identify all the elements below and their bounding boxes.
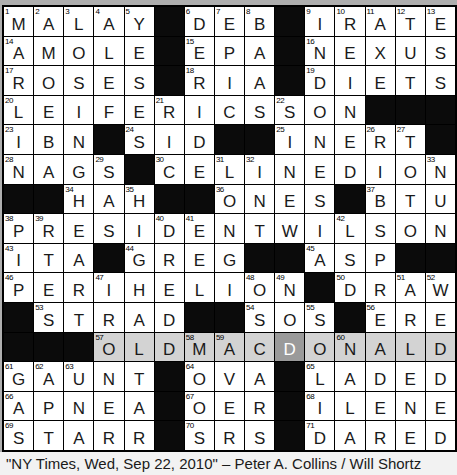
cell-r8c2[interactable]: 39R: [34, 214, 63, 243]
cell-r14c7[interactable]: 67O: [185, 392, 214, 421]
cell-r15c15[interactable]: D: [426, 421, 455, 450]
cell-letter: C: [253, 341, 265, 361]
cell-r6c3[interactable]: G: [64, 155, 93, 184]
cell-r14c3[interactable]: N: [64, 392, 93, 421]
cell-r3c13[interactable]: E: [366, 66, 395, 95]
cell-r10c4[interactable]: 47I: [94, 273, 123, 302]
highlighted-cell-r12c14[interactable]: L: [396, 333, 425, 362]
cell-r1c11[interactable]: 9I: [305, 7, 334, 36]
cell-letter: L: [345, 223, 354, 243]
cell-number: 57: [95, 333, 103, 342]
cell-r13c12[interactable]: A: [335, 362, 364, 391]
cell-r3c3[interactable]: S: [64, 66, 93, 95]
cell-letter: R: [103, 430, 115, 450]
cell-r4c9[interactable]: S: [245, 96, 274, 125]
cell-r4c2[interactable]: E: [34, 96, 63, 125]
cell-number: 64: [186, 362, 194, 371]
black-square: [185, 185, 214, 214]
cell-r11c11[interactable]: 55S: [305, 303, 334, 332]
black-square: [426, 244, 455, 273]
cell-r8c1[interactable]: 38P: [4, 214, 33, 243]
highlighted-cell-r12c9[interactable]: C: [245, 333, 274, 362]
cell-number: 48: [246, 273, 254, 282]
highlighted-cell-r12c11[interactable]: O: [305, 333, 334, 362]
cell-letter: O: [404, 223, 417, 243]
cell-r10c8[interactable]: I: [215, 273, 244, 302]
cell-r5c7[interactable]: D: [185, 125, 214, 154]
cell-r9c3[interactable]: A: [64, 244, 93, 273]
cell-r4c7[interactable]: I: [185, 96, 214, 125]
cell-letter: D: [193, 16, 205, 36]
cell-r1c9[interactable]: 8B: [245, 7, 274, 36]
cell-r2c1[interactable]: 14A: [4, 37, 33, 66]
black-square: [245, 244, 274, 273]
black-square: [4, 303, 33, 332]
cell-r14c15[interactable]: E: [426, 392, 455, 421]
cell-r5c12[interactable]: E: [335, 125, 364, 154]
cell-number: 20: [5, 96, 13, 105]
cell-r6c14[interactable]: O: [396, 155, 425, 184]
cell-r13c8[interactable]: V: [215, 362, 244, 391]
cell-r7c3[interactable]: 34H: [64, 185, 93, 214]
cell-r1c2[interactable]: 2A: [34, 7, 63, 36]
cell-r5c3[interactable]: N: [64, 125, 93, 154]
cell-r7c10[interactable]: E: [275, 185, 304, 214]
cell-letter: L: [14, 104, 23, 124]
cell-r11c2[interactable]: 53S: [34, 303, 63, 332]
cell-number: 68: [306, 392, 314, 401]
cell-r14c4[interactable]: E: [94, 392, 123, 421]
selected-cell-r12c10[interactable]: D: [275, 333, 304, 362]
cell-r10c10[interactable]: 49N: [275, 273, 304, 302]
cell-letter: E: [224, 400, 235, 420]
black-square: [366, 96, 395, 125]
cell-number: 2: [35, 7, 39, 16]
cell-r3c5[interactable]: S: [125, 66, 154, 95]
cell-letter: T: [74, 312, 84, 332]
cell-number: 35: [126, 185, 134, 194]
cell-r5c1[interactable]: 23I: [4, 125, 33, 154]
cell-r8c11[interactable]: I: [305, 214, 334, 243]
cell-letter: X: [374, 45, 385, 65]
cell-letter: L: [225, 164, 234, 184]
cell-r1c5[interactable]: 5Y: [125, 7, 154, 36]
cell-r2c9[interactable]: A: [245, 37, 274, 66]
cell-r15c7[interactable]: 70S: [185, 421, 214, 450]
cell-r13c2[interactable]: 62A: [34, 362, 63, 391]
cell-letter: S: [13, 430, 24, 450]
cell-r1c7[interactable]: 6D: [185, 7, 214, 36]
highlighted-cell-r12c12[interactable]: 60N: [335, 333, 364, 362]
cell-r3c11[interactable]: 19D: [305, 66, 334, 95]
cell-r13c11[interactable]: 65L: [305, 362, 334, 391]
black-square: [155, 362, 184, 391]
cell-r4c10[interactable]: 22S: [275, 96, 304, 125]
cell-number: 54: [246, 303, 254, 312]
cell-letter: N: [73, 134, 85, 154]
cell-r9c12[interactable]: S: [335, 244, 364, 273]
highlighted-cell-r12c5[interactable]: L: [125, 333, 154, 362]
highlighted-cell-r12c15[interactable]: D: [426, 333, 455, 362]
cell-letter: R: [43, 223, 55, 243]
cell-r15c13[interactable]: R: [366, 421, 395, 450]
cell-r11c10[interactable]: O: [275, 303, 304, 332]
cell-letter: O: [313, 104, 326, 124]
cell-r15c4[interactable]: R: [94, 421, 123, 450]
cell-r2c2[interactable]: M: [34, 37, 63, 66]
cell-number: 4: [95, 7, 99, 16]
cell-r11c5[interactable]: A: [125, 303, 154, 332]
cell-letter: E: [314, 164, 325, 184]
cell-r10c15[interactable]: 52W: [426, 273, 455, 302]
cell-number: 26: [367, 125, 375, 134]
cell-letter: O: [283, 312, 296, 332]
cell-r2c15[interactable]: S: [426, 37, 455, 66]
cell-r11c3[interactable]: T: [64, 303, 93, 332]
cell-r1c13[interactable]: 11A: [366, 7, 395, 36]
cell-r10c7[interactable]: L: [185, 273, 214, 302]
cell-letter: E: [284, 193, 295, 213]
black-square: [275, 37, 304, 66]
cell-r15c1[interactable]: 69S: [4, 421, 33, 450]
cell-r4c8[interactable]: C: [215, 96, 244, 125]
cell-r6c13[interactable]: I: [366, 155, 395, 184]
cell-number: 56: [367, 303, 375, 312]
cell-letter: T: [254, 223, 264, 243]
cell-number: 30: [156, 155, 164, 164]
cell-r8c5[interactable]: I: [125, 214, 154, 243]
cell-r2c8[interactable]: P: [215, 37, 244, 66]
cell-r7c11[interactable]: S: [305, 185, 334, 214]
cell-r14c14[interactable]: N: [396, 392, 425, 421]
cell-number: 7: [216, 7, 220, 16]
cell-r13c13[interactable]: D: [366, 362, 395, 391]
cell-letter: N: [344, 341, 356, 361]
cell-r5c2[interactable]: B: [34, 125, 63, 154]
black-square: [275, 7, 304, 36]
cell-r3c2[interactable]: O: [34, 66, 63, 95]
cell-r8c9[interactable]: T: [245, 214, 274, 243]
cell-r8c10[interactable]: W: [275, 214, 304, 243]
cell-r8c15[interactable]: N: [426, 214, 455, 243]
cell-r9c8[interactable]: G: [215, 244, 244, 273]
cell-r14c2[interactable]: P: [34, 392, 63, 421]
cell-r5c11[interactable]: N: [305, 125, 334, 154]
cell-letter: A: [224, 341, 235, 361]
cell-r3c9[interactable]: A: [245, 66, 274, 95]
cell-r7c15[interactable]: U: [426, 185, 455, 214]
cell-r6c11[interactable]: E: [305, 155, 334, 184]
cell-r1c1[interactable]: 1M: [4, 7, 33, 36]
cell-number: 61: [5, 362, 13, 371]
cell-r10c3[interactable]: R: [64, 273, 93, 302]
cell-r7c9[interactable]: N: [245, 185, 274, 214]
cell-r11c4[interactable]: R: [94, 303, 123, 332]
cell-r9c2[interactable]: T: [34, 244, 63, 273]
cell-letter: S: [194, 430, 205, 450]
cell-letter: F: [104, 104, 114, 124]
cell-letter: I: [76, 104, 81, 124]
cell-r3c1[interactable]: 17R: [4, 66, 33, 95]
cell-letter: O: [253, 282, 266, 302]
crossword-app: 1M2A3L4A5Y6D7E8B9I10R11A12T13E14AMOLE15E…: [0, 0, 457, 475]
cell-r13c4[interactable]: N: [94, 362, 123, 391]
cell-letter: D: [193, 134, 205, 154]
cell-letter: A: [43, 371, 54, 391]
cell-letter: O: [193, 371, 206, 391]
cell-letter: E: [164, 282, 175, 302]
cell-r3c12[interactable]: I: [335, 66, 364, 95]
cell-r4c4[interactable]: F: [94, 96, 123, 125]
cell-r6c4[interactable]: 29S: [94, 155, 123, 184]
cell-r11c13[interactable]: 56E: [366, 303, 395, 332]
highlighted-cell-r12c6[interactable]: D: [155, 333, 184, 362]
cell-number: 63: [65, 362, 73, 371]
cell-r14c11[interactable]: 68I: [305, 392, 334, 421]
cell-letter: B: [374, 193, 385, 213]
black-square: [155, 392, 184, 421]
cell-r6c6[interactable]: 30C: [155, 155, 184, 184]
cell-r2c12[interactable]: E: [335, 37, 364, 66]
cell-r1c14[interactable]: 12T: [396, 7, 425, 36]
black-square: [155, 421, 184, 450]
black-square: [245, 125, 274, 154]
cell-r2c14[interactable]: U: [396, 37, 425, 66]
cell-number: 43: [5, 244, 13, 253]
cell-letter: O: [72, 45, 85, 65]
cell-r8c13[interactable]: S: [366, 214, 395, 243]
cell-r6c1[interactable]: 28N: [4, 155, 33, 184]
cell-r10c13[interactable]: R: [366, 273, 395, 302]
cell-r6c7[interactable]: E: [185, 155, 214, 184]
cell-r14c13[interactable]: E: [366, 392, 395, 421]
cell-letter: N: [404, 400, 416, 420]
black-square: [275, 66, 304, 95]
cell-r15c3[interactable]: A: [64, 421, 93, 450]
cell-r8c8[interactable]: N: [215, 214, 244, 243]
cell-number: 71: [306, 421, 314, 430]
cell-letter: A: [254, 371, 265, 391]
cell-letter: A: [344, 371, 355, 391]
cell-number: 40: [156, 214, 164, 223]
cell-number: 65: [306, 362, 314, 371]
cell-r13c7[interactable]: 64O: [185, 362, 214, 391]
cell-r15c11[interactable]: 71D: [305, 421, 334, 450]
cell-r14c9[interactable]: R: [245, 392, 274, 421]
cell-r13c1[interactable]: 61G: [4, 362, 33, 391]
cell-number: 28: [5, 155, 13, 164]
cell-r14c5[interactable]: A: [125, 392, 154, 421]
cell-r14c1[interactable]: 66A: [4, 392, 33, 421]
cell-letter: A: [133, 312, 144, 332]
cell-number: 62: [35, 362, 43, 371]
highlighted-cell-r12c4[interactable]: 57O: [94, 333, 123, 362]
cell-number: 42: [336, 214, 344, 223]
cell-r10c12[interactable]: 50D: [335, 273, 364, 302]
cell-r10c14[interactable]: 51A: [396, 273, 425, 302]
cell-letter: D: [163, 223, 175, 243]
highlighted-cell-r12c7[interactable]: 58M: [185, 333, 214, 362]
cell-r6c8[interactable]: 31L: [215, 155, 244, 184]
cell-r11c14[interactable]: R: [396, 303, 425, 332]
cell-letter: R: [73, 282, 85, 302]
cell-r8c12[interactable]: 42L: [335, 214, 364, 243]
cell-letter: S: [254, 104, 265, 124]
cell-number: 9: [306, 7, 310, 16]
cell-r4c3[interactable]: I: [64, 96, 93, 125]
black-square: [275, 362, 304, 391]
cell-r9c13[interactable]: P: [366, 244, 395, 273]
cell-number: 31: [216, 155, 224, 164]
cell-letter: A: [374, 16, 385, 36]
cell-r4c11[interactable]: O: [305, 96, 334, 125]
cell-r7c5[interactable]: 35H: [125, 185, 154, 214]
cell-letter: P: [43, 400, 54, 420]
cell-r4c6[interactable]: 21R: [155, 96, 184, 125]
cell-r10c1[interactable]: 46P: [4, 273, 33, 302]
cell-r6c15[interactable]: 33N: [426, 155, 455, 184]
cell-r11c15[interactable]: E: [426, 303, 455, 332]
cell-r7c13[interactable]: 37B: [366, 185, 395, 214]
cell-r4c1[interactable]: 20L: [4, 96, 33, 125]
cell-letter: E: [405, 371, 416, 391]
cell-r1c8[interactable]: 7E: [215, 7, 244, 36]
cell-r9c6[interactable]: R: [155, 244, 184, 273]
cell-r6c12[interactable]: D: [335, 155, 364, 184]
cell-r7c8[interactable]: 36O: [215, 185, 244, 214]
cell-r15c8[interactable]: R: [215, 421, 244, 450]
cell-r6c2[interactable]: A: [34, 155, 63, 184]
cell-r3c4[interactable]: E: [94, 66, 123, 95]
cell-r3c8[interactable]: I: [215, 66, 244, 95]
black-square: [426, 125, 455, 154]
cell-r13c14[interactable]: E: [396, 362, 425, 391]
cell-letter: S: [284, 104, 295, 124]
cell-r7c4[interactable]: A: [94, 185, 123, 214]
cell-r3c15[interactable]: S: [426, 66, 455, 95]
cell-r1c3[interactable]: 3L: [64, 7, 93, 36]
cell-r13c3[interactable]: 63U: [64, 362, 93, 391]
cell-letter: E: [194, 252, 205, 272]
cell-letter: E: [194, 223, 205, 243]
cell-letter: L: [134, 341, 143, 361]
highlighted-cell-r12c13[interactable]: A: [366, 333, 395, 362]
black-square: [396, 244, 425, 273]
cell-r3c14[interactable]: T: [396, 66, 425, 95]
cell-letter: E: [435, 400, 446, 420]
cell-r2c13[interactable]: X: [366, 37, 395, 66]
cell-r4c5[interactable]: E: [125, 96, 154, 125]
cell-r6c10[interactable]: N: [275, 155, 304, 184]
cell-r1c4[interactable]: 4A: [94, 7, 123, 36]
cell-r13c5[interactable]: T: [125, 362, 154, 391]
cell-r5c6[interactable]: I: [155, 125, 184, 154]
cell-r9c7[interactable]: E: [185, 244, 214, 273]
cell-letter: N: [223, 223, 235, 243]
cell-r13c15[interactable]: D: [426, 362, 455, 391]
cell-r2c7[interactable]: 15E: [185, 37, 214, 66]
cell-r8c4[interactable]: S: [94, 214, 123, 243]
highlighted-cell-r12c8[interactable]: 59A: [215, 333, 244, 362]
cell-r8c6[interactable]: 40D: [155, 214, 184, 243]
cell-r10c2[interactable]: E: [34, 273, 63, 302]
cell-r5c10[interactable]: 25I: [275, 125, 304, 154]
cell-r5c14[interactable]: 27T: [396, 125, 425, 154]
cell-number: 49: [276, 273, 284, 282]
cell-number: 60: [336, 333, 344, 342]
cell-r13c9[interactable]: A: [245, 362, 274, 391]
black-square: [4, 333, 33, 362]
cell-r9c5[interactable]: 44G: [125, 244, 154, 273]
cell-number: 41: [186, 214, 194, 223]
cell-r15c9[interactable]: S: [245, 421, 274, 450]
cell-letter: D: [344, 164, 356, 184]
cell-r8c14[interactable]: O: [396, 214, 425, 243]
cell-r15c14[interactable]: E: [396, 421, 425, 450]
cell-r15c5[interactable]: R: [125, 421, 154, 450]
cell-letter: R: [253, 400, 265, 420]
cell-r11c9[interactable]: 54S: [245, 303, 274, 332]
cell-letter: E: [133, 104, 144, 124]
cell-r2c4[interactable]: L: [94, 37, 123, 66]
cell-r5c5[interactable]: 24S: [125, 125, 154, 154]
cell-r7c14[interactable]: T: [396, 185, 425, 214]
cell-number: 45: [306, 244, 314, 253]
cell-r2c5[interactable]: E: [125, 37, 154, 66]
cell-letter: E: [224, 16, 235, 36]
cell-letter: A: [43, 16, 54, 36]
cell-letter: G: [132, 252, 145, 272]
cell-r15c12[interactable]: A: [335, 421, 364, 450]
cell-letter: T: [44, 252, 54, 272]
cell-r10c9[interactable]: 48O: [245, 273, 274, 302]
cell-letter: M: [42, 45, 56, 65]
cell-r14c8[interactable]: E: [215, 392, 244, 421]
cell-r8c3[interactable]: E: [64, 214, 93, 243]
cell-r10c5[interactable]: H: [125, 273, 154, 302]
black-square: [215, 125, 244, 154]
cell-r15c2[interactable]: T: [34, 421, 63, 450]
cell-letter: L: [406, 341, 415, 361]
cell-letter: S: [73, 75, 84, 95]
cell-letter: G: [72, 164, 85, 184]
cell-letter: N: [314, 45, 326, 65]
cell-r2c11[interactable]: 16N: [305, 37, 334, 66]
cell-number: 44: [126, 244, 134, 253]
cell-r4c12[interactable]: N: [335, 96, 364, 125]
cell-letter: A: [73, 430, 84, 450]
cell-letter: I: [287, 134, 292, 154]
cell-number: 23: [5, 125, 13, 134]
cell-r2c3[interactable]: O: [64, 37, 93, 66]
cell-r9c1[interactable]: 43I: [4, 244, 33, 273]
cell-r1c15[interactable]: 13E: [426, 7, 455, 36]
cell-letter: S: [435, 45, 446, 65]
cell-r9c11[interactable]: 45A: [305, 244, 334, 273]
cell-letter: D: [163, 341, 175, 361]
cell-r8c7[interactable]: 41E: [185, 214, 214, 243]
cell-r10c6[interactable]: E: [155, 273, 184, 302]
cell-letter: D: [314, 75, 326, 95]
cell-r14c12[interactable]: L: [335, 392, 364, 421]
cell-r11c6[interactable]: D: [155, 303, 184, 332]
cell-letter: T: [405, 193, 415, 213]
cell-r3c7[interactable]: 18R: [185, 66, 214, 95]
cell-r1c12[interactable]: 10R: [335, 7, 364, 36]
cell-r5c13[interactable]: 26R: [366, 125, 395, 154]
cell-r6c9[interactable]: 32I: [245, 155, 274, 184]
cell-letter: O: [102, 341, 115, 361]
